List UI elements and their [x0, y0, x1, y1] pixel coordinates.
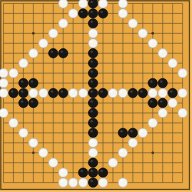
black-stone[interactable] — [88, 158, 97, 167]
stone-highlight — [1, 70, 3, 72]
stone-highlight — [170, 100, 172, 102]
white-stone[interactable] — [59, 0, 68, 8]
stone-highlight — [100, 90, 102, 92]
stone-highlight — [90, 110, 92, 112]
white-stone[interactable] — [118, 178, 127, 187]
white-stone[interactable] — [118, 88, 127, 97]
stone-highlight — [1, 110, 3, 112]
white-stone[interactable] — [168, 59, 177, 68]
stone-highlight — [150, 41, 152, 43]
stone-highlight — [90, 150, 92, 152]
black-stone[interactable] — [98, 168, 107, 177]
white-stone[interactable] — [138, 29, 147, 38]
stone-highlight — [90, 60, 92, 62]
black-stone[interactable] — [88, 98, 97, 107]
stone-highlight — [140, 31, 142, 33]
black-stone[interactable] — [158, 98, 167, 107]
black-stone[interactable] — [88, 0, 97, 8]
stone-highlight — [100, 1, 102, 3]
white-stone[interactable] — [59, 19, 68, 28]
white-stone[interactable] — [178, 88, 187, 97]
stone-highlight — [81, 170, 83, 172]
black-stone[interactable] — [29, 98, 38, 107]
black-stone[interactable] — [49, 88, 58, 97]
black-stone[interactable] — [88, 9, 97, 18]
star-point — [151, 32, 154, 35]
black-stone[interactable] — [78, 9, 87, 18]
stone-highlight — [51, 50, 53, 52]
white-stone[interactable] — [78, 88, 87, 97]
white-stone[interactable] — [29, 88, 38, 97]
black-stone[interactable] — [88, 168, 97, 177]
white-stone[interactable] — [59, 178, 68, 187]
black-stone[interactable] — [9, 88, 18, 97]
stone-highlight — [120, 180, 122, 182]
stone-highlight — [130, 21, 132, 23]
stone-highlight — [150, 90, 152, 92]
white-stone[interactable] — [0, 78, 8, 87]
white-stone[interactable] — [108, 88, 117, 97]
stone-highlight — [90, 21, 92, 23]
stone-highlight — [90, 41, 92, 43]
black-stone[interactable] — [88, 178, 97, 187]
white-stone[interactable] — [78, 178, 87, 187]
black-stone[interactable] — [29, 78, 38, 87]
white-stone[interactable] — [9, 69, 18, 78]
stone-highlight — [120, 1, 122, 3]
white-stone[interactable] — [148, 118, 157, 127]
stone-highlight — [11, 90, 13, 92]
black-stone[interactable] — [128, 88, 137, 97]
stone-highlight — [31, 50, 33, 52]
stone-highlight — [51, 90, 53, 92]
black-stone[interactable] — [59, 88, 68, 97]
white-stone[interactable] — [39, 148, 48, 157]
white-stone[interactable] — [39, 39, 48, 48]
stone-highlight — [90, 120, 92, 122]
stone-highlight — [11, 120, 13, 122]
stone-highlight — [21, 60, 23, 62]
stone-highlight — [90, 100, 92, 102]
stone-highlight — [120, 150, 122, 152]
stone-highlight — [130, 90, 132, 92]
black-stone[interactable] — [19, 98, 28, 107]
white-stone[interactable] — [69, 88, 78, 97]
stone-highlight — [90, 11, 92, 13]
stone-highlight — [41, 41, 43, 43]
black-stone[interactable] — [88, 128, 97, 137]
white-stone[interactable] — [128, 19, 137, 28]
stone-highlight — [120, 90, 122, 92]
white-stone[interactable] — [0, 88, 8, 97]
white-stone[interactable] — [158, 108, 167, 117]
black-stone[interactable] — [158, 78, 167, 87]
stone-highlight — [71, 90, 73, 92]
white-stone[interactable] — [118, 0, 127, 8]
stone-highlight — [180, 90, 182, 92]
stone-highlight — [61, 90, 63, 92]
white-stone[interactable] — [148, 39, 157, 48]
white-stone[interactable] — [128, 138, 137, 147]
white-stone[interactable] — [78, 0, 87, 8]
black-stone[interactable] — [88, 118, 97, 127]
white-stone[interactable] — [178, 108, 187, 117]
stone-highlight — [90, 170, 92, 172]
white-stone[interactable] — [39, 88, 48, 97]
stone-highlight — [81, 180, 83, 182]
stone-highlight — [100, 180, 102, 182]
white-stone[interactable] — [118, 9, 127, 18]
stone-highlight — [71, 11, 73, 13]
black-stone[interactable] — [88, 49, 97, 58]
star-point — [151, 151, 154, 154]
stone-highlight — [140, 130, 142, 132]
black-stone[interactable] — [19, 88, 28, 97]
stone-highlight — [160, 100, 162, 102]
stone-highlight — [61, 21, 63, 23]
stone-highlight — [90, 160, 92, 162]
stone-highlight — [180, 70, 182, 72]
black-stone[interactable] — [19, 78, 28, 87]
white-stone[interactable] — [9, 118, 18, 127]
stone-highlight — [90, 31, 92, 33]
white-stone[interactable] — [98, 0, 107, 8]
stone-highlight — [90, 130, 92, 132]
stone-highlight — [31, 80, 33, 82]
stone-highlight — [150, 80, 152, 82]
stone-highlight — [90, 70, 92, 72]
stone-highlight — [90, 180, 92, 182]
white-stone[interactable] — [98, 178, 107, 187]
stone-highlight — [90, 90, 92, 92]
white-stone[interactable] — [19, 59, 28, 68]
white-stone[interactable] — [158, 88, 167, 97]
stone-highlight — [90, 50, 92, 52]
stone-highlight — [130, 140, 132, 142]
white-stone[interactable] — [88, 29, 97, 38]
white-stone[interactable] — [178, 69, 187, 78]
stone-highlight — [110, 90, 112, 92]
white-stone[interactable] — [49, 158, 58, 167]
star-point — [32, 32, 35, 35]
black-stone[interactable] — [88, 19, 97, 28]
stone-highlight — [150, 120, 152, 122]
white-stone[interactable] — [138, 128, 147, 137]
white-stone[interactable] — [69, 9, 78, 18]
star-point — [32, 151, 35, 154]
stone-highlight — [160, 110, 162, 112]
stone-highlight — [130, 130, 132, 132]
go-board[interactable] — [0, 0, 192, 192]
white-stone[interactable] — [29, 49, 38, 58]
white-stone[interactable] — [168, 98, 177, 107]
stone-highlight — [31, 90, 33, 92]
stone-highlight — [31, 140, 33, 142]
black-stone[interactable] — [88, 69, 97, 78]
black-stone[interactable] — [78, 168, 87, 177]
black-stone[interactable] — [88, 59, 97, 68]
stone-highlight — [100, 11, 102, 13]
stone-highlight — [81, 11, 83, 13]
white-stone[interactable] — [118, 148, 127, 157]
stone-highlight — [140, 90, 142, 92]
white-stone[interactable] — [158, 49, 167, 58]
white-stone[interactable] — [0, 69, 8, 78]
stone-highlight — [21, 130, 23, 132]
white-stone[interactable] — [108, 158, 117, 167]
stone-highlight — [11, 70, 13, 72]
stone-highlight — [150, 100, 152, 102]
stone-highlight — [81, 1, 83, 3]
stone-highlight — [90, 80, 92, 82]
white-stone[interactable] — [69, 178, 78, 187]
stone-highlight — [180, 110, 182, 112]
black-stone[interactable] — [98, 9, 107, 18]
white-stone[interactable] — [49, 29, 58, 38]
stone-highlight — [51, 160, 53, 162]
white-stone[interactable] — [88, 138, 97, 147]
stone-highlight — [110, 160, 112, 162]
stone-highlight — [41, 90, 43, 92]
black-stone[interactable] — [148, 78, 157, 87]
stone-highlight — [61, 1, 63, 3]
white-stone[interactable] — [88, 148, 97, 157]
white-stone[interactable] — [88, 39, 97, 48]
black-stone[interactable] — [128, 128, 137, 137]
black-stone[interactable] — [88, 88, 97, 97]
stone-highlight — [160, 80, 162, 82]
stone-highlight — [1, 90, 3, 92]
stone-highlight — [120, 11, 122, 13]
stone-highlight — [170, 90, 172, 92]
stone-highlight — [160, 50, 162, 52]
go-app-window — [0, 0, 192, 192]
black-stone[interactable] — [88, 78, 97, 87]
black-stone[interactable] — [88, 108, 97, 117]
white-stone[interactable] — [148, 88, 157, 97]
white-stone[interactable] — [29, 138, 38, 147]
stone-highlight — [21, 100, 23, 102]
black-stone[interactable] — [148, 98, 157, 107]
stone-highlight — [160, 90, 162, 92]
stone-highlight — [120, 130, 122, 132]
stone-highlight — [90, 140, 92, 142]
stone-highlight — [100, 170, 102, 172]
white-stone[interactable] — [19, 128, 28, 137]
white-stone[interactable] — [59, 168, 68, 177]
stone-highlight — [81, 90, 83, 92]
stone-highlight — [61, 50, 63, 52]
black-stone[interactable] — [59, 49, 68, 58]
stone-highlight — [71, 180, 73, 182]
black-stone[interactable] — [98, 88, 107, 97]
stone-highlight — [1, 80, 3, 82]
stone-highlight — [21, 80, 23, 82]
black-stone[interactable] — [138, 88, 147, 97]
stone-highlight — [61, 170, 63, 172]
black-stone[interactable] — [118, 128, 127, 137]
stone-highlight — [90, 1, 92, 3]
stone-highlight — [51, 31, 53, 33]
black-stone[interactable] — [49, 49, 58, 58]
stone-highlight — [31, 100, 33, 102]
stone-highlight — [170, 60, 172, 62]
stone-highlight — [61, 180, 63, 182]
white-stone[interactable] — [0, 108, 8, 117]
stone-highlight — [41, 150, 43, 152]
stone-highlight — [21, 90, 23, 92]
black-stone[interactable] — [168, 88, 177, 97]
